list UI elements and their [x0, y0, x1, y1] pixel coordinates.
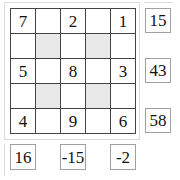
- operator-input-cell-r4c1[interactable]: [11, 84, 35, 108]
- col-target-box-2: -15: [60, 144, 86, 170]
- given-number-cell-r1c3: 2: [61, 9, 85, 33]
- row-targets-outline: [144, 2, 172, 3]
- row-target-box-2: 43: [145, 58, 171, 83]
- given-number-cell-r3c3: 8: [61, 59, 85, 83]
- given-number-cell-r1c1: 7: [11, 9, 35, 33]
- operator-input-cell-r2c5[interactable]: [111, 34, 135, 58]
- col-targets-outline: [4, 144, 5, 176]
- operator-input-cell-r1c4[interactable]: [86, 9, 110, 33]
- operator-input-cell-r1c2[interactable]: [36, 9, 60, 33]
- blocked-cell-r4c2: [36, 84, 60, 108]
- operator-input-cell-r2c3[interactable]: [61, 34, 85, 58]
- row-target-box-3: 58: [145, 108, 171, 133]
- given-number-cell-r5c1: 4: [11, 109, 35, 133]
- given-number-cell-r5c5: 6: [111, 109, 135, 133]
- operator-input-cell-r5c2[interactable]: [36, 109, 60, 133]
- col-target-box-3: -2: [110, 144, 136, 170]
- operator-input-cell-r5c4[interactable]: [86, 109, 110, 133]
- blocked-cell-r2c4: [86, 34, 110, 58]
- given-number-cell-r3c1: 5: [11, 59, 35, 83]
- operator-input-cell-r4c5[interactable]: [111, 84, 135, 108]
- operator-input-cell-r2c1[interactable]: [11, 34, 35, 58]
- operator-input-cell-r3c2[interactable]: [36, 59, 60, 83]
- operator-input-cell-r4c3[interactable]: [61, 84, 85, 108]
- blocked-cell-r4c4: [86, 84, 110, 108]
- puzzle-grid: 7 2 1 5 8 3 4 9 6: [10, 8, 136, 134]
- given-number-cell-r5c3: 9: [61, 109, 85, 133]
- blocked-cell-r2c2: [36, 34, 60, 58]
- operator-input-cell-r3c4[interactable]: [86, 59, 110, 83]
- given-number-cell-r3c5: 3: [111, 59, 135, 83]
- row-target-box-1: 15: [145, 8, 171, 33]
- given-number-cell-r1c5: 1: [111, 9, 135, 33]
- col-target-box-1: 16: [10, 144, 36, 170]
- puzzle-board: 7 2 1 5 8 3 4 9 6 15 43 58 16 -15 -2: [0, 0, 180, 180]
